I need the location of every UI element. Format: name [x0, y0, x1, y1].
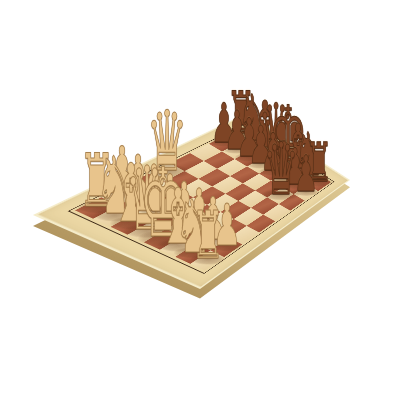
- pieces-layer: ♜♞♝♛♚♝♞♜♟♟♟♟♟♟♟♟♛♜♞♝♛♚♝♞♜♟♟♟♟♟♟♟♟♛: [0, 0, 400, 399]
- piece-white-rook-h1[interactable]: ♜: [191, 203, 223, 269]
- piece-black-queen-g6[interactable]: ♛: [263, 133, 299, 205]
- chess-set-photo: ♜♞♝♛♚♝♞♜♟♟♟♟♟♟♟♟♛♜♞♝♛♚♝♞♜♟♟♟♟♟♟♟♟♛: [0, 0, 400, 399]
